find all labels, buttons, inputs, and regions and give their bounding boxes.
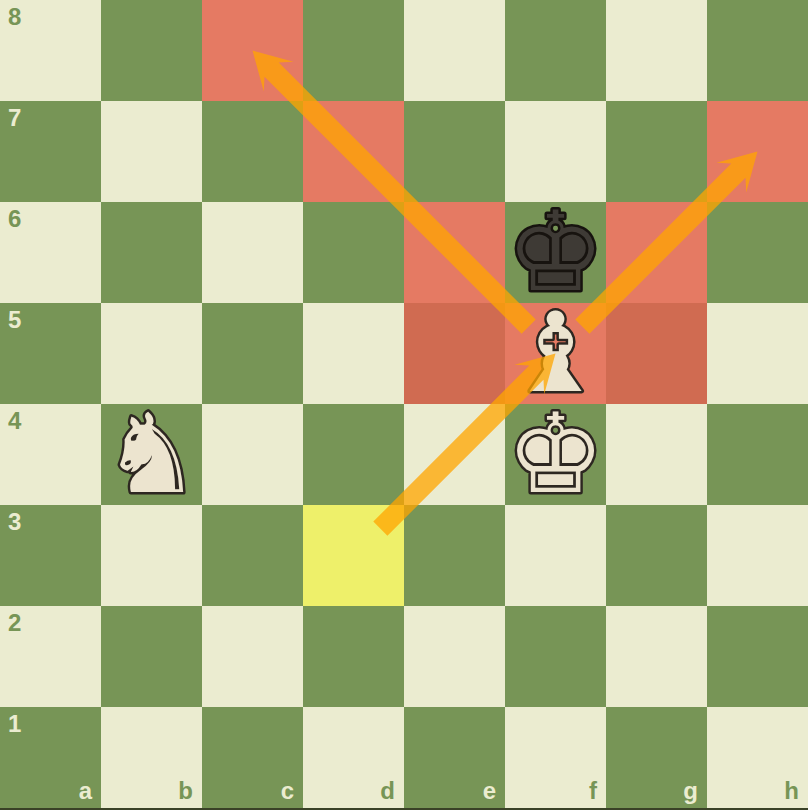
square-f2[interactable]: [505, 606, 606, 707]
square-c2[interactable]: [202, 606, 303, 707]
square-d6[interactable]: [303, 202, 404, 303]
square-h7[interactable]: [707, 101, 808, 202]
square-e5[interactable]: [404, 303, 505, 404]
square-e4[interactable]: [404, 404, 505, 505]
square-d4[interactable]: [303, 404, 404, 505]
square-f4[interactable]: [505, 404, 606, 505]
file-label-b: b: [178, 779, 193, 803]
square-c3[interactable]: [202, 505, 303, 606]
square-b5[interactable]: [101, 303, 202, 404]
rank-label-5: 5: [8, 308, 21, 332]
square-c5[interactable]: [202, 303, 303, 404]
square-h8[interactable]: [707, 0, 808, 101]
square-h6[interactable]: [707, 202, 808, 303]
square-d2[interactable]: [303, 606, 404, 707]
square-g4[interactable]: [606, 404, 707, 505]
square-g8[interactable]: [606, 0, 707, 101]
square-c8[interactable]: [202, 0, 303, 101]
square-g6[interactable]: [606, 202, 707, 303]
square-g7[interactable]: [606, 101, 707, 202]
square-d1[interactable]: d: [303, 707, 404, 808]
square-b6[interactable]: [101, 202, 202, 303]
square-e2[interactable]: [404, 606, 505, 707]
square-d8[interactable]: [303, 0, 404, 101]
file-label-a: a: [79, 779, 92, 803]
file-label-e: e: [483, 779, 496, 803]
file-label-f: f: [589, 779, 597, 803]
square-c1[interactable]: c: [202, 707, 303, 808]
square-h5[interactable]: [707, 303, 808, 404]
square-f8[interactable]: [505, 0, 606, 101]
square-g3[interactable]: [606, 505, 707, 606]
square-c6[interactable]: [202, 202, 303, 303]
square-g1[interactable]: g: [606, 707, 707, 808]
square-c7[interactable]: [202, 101, 303, 202]
square-a6[interactable]: 6: [0, 202, 101, 303]
square-a5[interactable]: 5: [0, 303, 101, 404]
rank-label-8: 8: [8, 5, 21, 29]
rank-label-2: 2: [8, 611, 21, 635]
square-a7[interactable]: 7: [0, 101, 101, 202]
square-c4[interactable]: [202, 404, 303, 505]
board-grid: 87654321abcdefgh: [0, 0, 808, 808]
square-d7[interactable]: [303, 101, 404, 202]
square-a4[interactable]: 4: [0, 404, 101, 505]
square-b2[interactable]: [101, 606, 202, 707]
square-h2[interactable]: [707, 606, 808, 707]
chessboard: 87654321abcdefgh ♚♝♚♞: [0, 0, 808, 808]
square-g5[interactable]: [606, 303, 707, 404]
square-e3[interactable]: [404, 505, 505, 606]
file-label-g: g: [683, 779, 698, 803]
rank-label-7: 7: [8, 106, 21, 130]
square-h4[interactable]: [707, 404, 808, 505]
rank-label-1: 1: [8, 712, 21, 736]
square-f7[interactable]: [505, 101, 606, 202]
square-a8[interactable]: 8: [0, 0, 101, 101]
square-d5[interactable]: [303, 303, 404, 404]
square-g2[interactable]: [606, 606, 707, 707]
square-b3[interactable]: [101, 505, 202, 606]
square-b4[interactable]: [101, 404, 202, 505]
square-a2[interactable]: 2: [0, 606, 101, 707]
square-f6[interactable]: [505, 202, 606, 303]
square-b7[interactable]: [101, 101, 202, 202]
square-f3[interactable]: [505, 505, 606, 606]
square-e8[interactable]: [404, 0, 505, 101]
square-b8[interactable]: [101, 0, 202, 101]
square-a1[interactable]: 1a: [0, 707, 101, 808]
square-e6[interactable]: [404, 202, 505, 303]
square-h3[interactable]: [707, 505, 808, 606]
square-f1[interactable]: f: [505, 707, 606, 808]
rank-label-4: 4: [8, 409, 21, 433]
rank-label-3: 3: [8, 510, 21, 534]
square-f5[interactable]: [505, 303, 606, 404]
square-e7[interactable]: [404, 101, 505, 202]
square-h1[interactable]: h: [707, 707, 808, 808]
square-d3[interactable]: [303, 505, 404, 606]
file-label-h: h: [784, 779, 799, 803]
square-e1[interactable]: e: [404, 707, 505, 808]
file-label-d: d: [380, 779, 395, 803]
file-label-c: c: [281, 779, 294, 803]
square-a3[interactable]: 3: [0, 505, 101, 606]
square-b1[interactable]: b: [101, 707, 202, 808]
rank-label-6: 6: [8, 207, 21, 231]
